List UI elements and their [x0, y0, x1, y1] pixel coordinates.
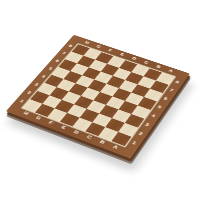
board-field: [23, 44, 175, 146]
chess-board: HGFEDCBA HGFEDCBA 87654321 87654321: [6, 35, 190, 159]
product-photo-scene: HGFEDCBA HGFEDCBA 87654321 87654321: [0, 0, 200, 200]
